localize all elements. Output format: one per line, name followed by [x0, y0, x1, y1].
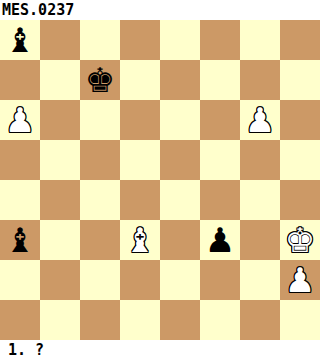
square-c5[interactable]: [80, 140, 120, 180]
chess-puzzle-window: MES.0237 ♝♚♟♟♝♝♟♚♟ 1. ?: [0, 0, 320, 360]
square-g4[interactable]: [240, 180, 280, 220]
square-h4[interactable]: [280, 180, 320, 220]
square-f3[interactable]: ♟: [200, 220, 240, 260]
square-f1[interactable]: [200, 300, 240, 340]
square-d2[interactable]: [120, 260, 160, 300]
square-d6[interactable]: [120, 100, 160, 140]
square-h8[interactable]: [280, 20, 320, 60]
square-b3[interactable]: [40, 220, 80, 260]
square-h1[interactable]: [280, 300, 320, 340]
square-g3[interactable]: [240, 220, 280, 260]
square-g7[interactable]: [240, 60, 280, 100]
square-c7[interactable]: ♚: [80, 60, 120, 100]
square-h6[interactable]: [280, 100, 320, 140]
piece-white-pawn: ♟: [285, 260, 315, 300]
square-d4[interactable]: [120, 180, 160, 220]
square-h7[interactable]: [280, 60, 320, 100]
square-g1[interactable]: [240, 300, 280, 340]
square-f4[interactable]: [200, 180, 240, 220]
piece-black-king: ♚: [85, 60, 115, 100]
square-a4[interactable]: [0, 180, 40, 220]
piece-white-pawn: ♟: [245, 100, 275, 140]
square-a5[interactable]: [0, 140, 40, 180]
square-f8[interactable]: [200, 20, 240, 60]
square-b6[interactable]: [40, 100, 80, 140]
square-a2[interactable]: [0, 260, 40, 300]
square-h2[interactable]: ♟: [280, 260, 320, 300]
puzzle-title: MES.0237: [0, 0, 74, 20]
square-e1[interactable]: [160, 300, 200, 340]
square-a3[interactable]: ♝: [0, 220, 40, 260]
square-h3[interactable]: ♚: [280, 220, 320, 260]
square-f5[interactable]: [200, 140, 240, 180]
square-c1[interactable]: [80, 300, 120, 340]
square-d7[interactable]: [120, 60, 160, 100]
square-e4[interactable]: [160, 180, 200, 220]
square-a6[interactable]: ♟: [0, 100, 40, 140]
square-f2[interactable]: [200, 260, 240, 300]
square-e2[interactable]: [160, 260, 200, 300]
square-d8[interactable]: [120, 20, 160, 60]
footer-bar: 1. ?: [0, 340, 320, 360]
piece-black-bishop: ♝: [5, 20, 35, 60]
square-c6[interactable]: [80, 100, 120, 140]
square-c8[interactable]: [80, 20, 120, 60]
square-h5[interactable]: [280, 140, 320, 180]
chess-board: ♝♚♟♟♝♝♟♚♟: [0, 20, 320, 340]
piece-white-bishop: ♝: [125, 220, 155, 260]
square-a8[interactable]: ♝: [0, 20, 40, 60]
square-e7[interactable]: [160, 60, 200, 100]
square-f6[interactable]: [200, 100, 240, 140]
square-g8[interactable]: [240, 20, 280, 60]
square-g2[interactable]: [240, 260, 280, 300]
square-g5[interactable]: [240, 140, 280, 180]
square-d1[interactable]: [120, 300, 160, 340]
piece-white-pawn: ♟: [5, 100, 35, 140]
square-d3[interactable]: ♝: [120, 220, 160, 260]
header-bar: MES.0237: [0, 0, 320, 20]
piece-white-king: ♚: [285, 220, 315, 260]
move-prompt: 1. ?: [0, 340, 44, 360]
square-c3[interactable]: [80, 220, 120, 260]
square-b7[interactable]: [40, 60, 80, 100]
square-c2[interactable]: [80, 260, 120, 300]
square-a7[interactable]: [0, 60, 40, 100]
square-f7[interactable]: [200, 60, 240, 100]
square-e3[interactable]: [160, 220, 200, 260]
square-a1[interactable]: [0, 300, 40, 340]
square-b5[interactable]: [40, 140, 80, 180]
square-b1[interactable]: [40, 300, 80, 340]
square-g6[interactable]: ♟: [240, 100, 280, 140]
square-b2[interactable]: [40, 260, 80, 300]
square-c4[interactable]: [80, 180, 120, 220]
square-b4[interactable]: [40, 180, 80, 220]
piece-black-pawn: ♟: [205, 220, 235, 260]
square-d5[interactable]: [120, 140, 160, 180]
square-b8[interactable]: [40, 20, 80, 60]
square-e6[interactable]: [160, 100, 200, 140]
square-e5[interactable]: [160, 140, 200, 180]
piece-black-bishop: ♝: [5, 220, 35, 260]
square-e8[interactable]: [160, 20, 200, 60]
